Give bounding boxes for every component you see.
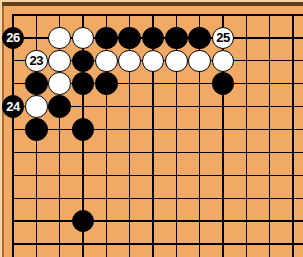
go-diagram: 26252324 (0, 0, 303, 257)
stone-white-K18-move-25: 25 (212, 27, 235, 50)
stone-white-C16 (48, 72, 71, 95)
stone-white-B15 (25, 95, 48, 118)
stone-white-G17 (142, 50, 165, 73)
move-number-label: 26 (6, 31, 19, 44)
stone-black-D14 (72, 118, 95, 141)
stone-black-G18 (142, 27, 165, 50)
stone-black-F18 (118, 27, 141, 50)
stone-white-H17 (165, 50, 188, 73)
stone-black-C15 (48, 95, 71, 118)
grid-line-h-1 (12, 14, 303, 16)
stone-black-J18 (188, 27, 211, 50)
stone-white-E17 (95, 50, 118, 73)
stone-black-E18 (95, 27, 118, 50)
stone-black-E16 (95, 72, 118, 95)
grid-line-v-N (292, 14, 293, 257)
stone-white-B17-move-23: 23 (25, 50, 48, 73)
stone-black-K16 (212, 72, 235, 95)
stone-white-C17 (48, 50, 71, 73)
move-number-label: 24 (6, 100, 19, 113)
stone-white-J17 (188, 50, 211, 73)
grid-line-h-11 (12, 243, 303, 244)
stone-black-A15-move-24: 24 (2, 95, 25, 118)
grid-line-h-10 (12, 220, 303, 221)
go-board: 26252324 (0, 0, 303, 257)
grid-line-h-8 (12, 175, 303, 176)
stone-white-K17 (212, 50, 235, 73)
grid-line-v-M (269, 14, 270, 257)
stone-black-H18 (165, 27, 188, 50)
grid-line-h-7 (12, 152, 303, 153)
stone-black-D10 (72, 210, 95, 233)
stone-black-B16 (25, 72, 48, 95)
grid-line-v-L (246, 14, 247, 257)
move-number-label: 23 (30, 54, 43, 67)
stone-white-C18 (48, 27, 71, 50)
stone-black-B14 (25, 118, 48, 141)
grid-line-v-A (12, 14, 14, 257)
stone-black-A18-move-26: 26 (2, 27, 25, 50)
stone-black-D17 (72, 50, 95, 73)
stone-black-D16 (72, 72, 95, 95)
grid-line-h-6 (12, 129, 303, 130)
stone-white-D18 (72, 27, 95, 50)
move-number-label: 25 (216, 31, 229, 44)
grid-line-h-9 (12, 198, 303, 199)
stone-white-F17 (118, 50, 141, 73)
